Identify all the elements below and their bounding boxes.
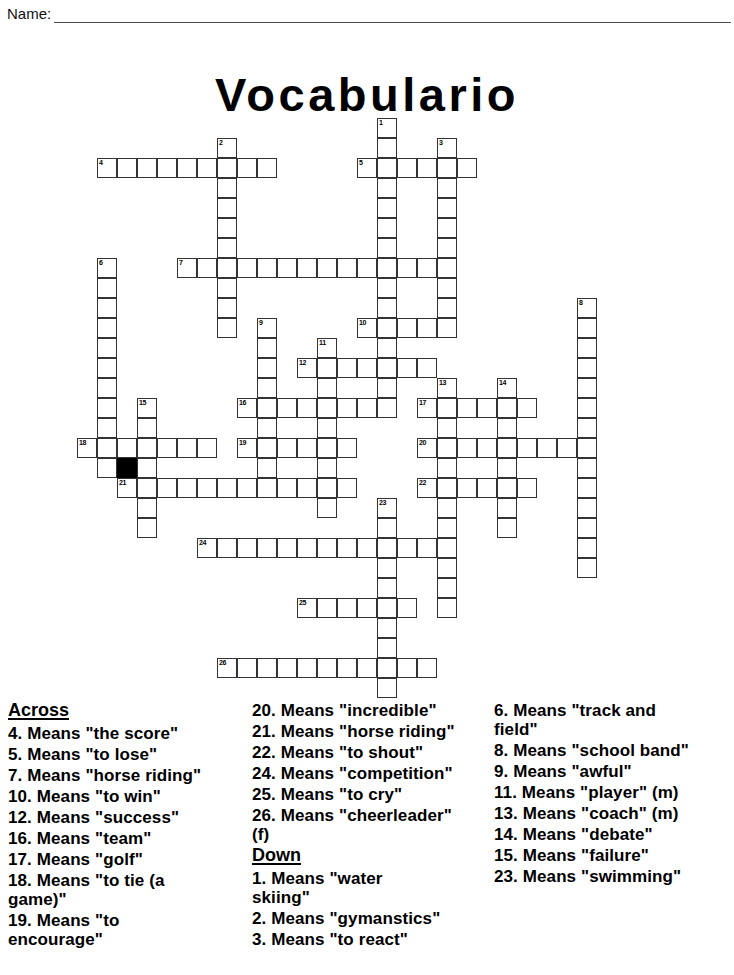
- grid-cell[interactable]: [377, 358, 397, 378]
- grid-cell[interactable]: [177, 478, 197, 498]
- clue-number: 26: [219, 659, 226, 667]
- grid-cell[interactable]: [577, 318, 597, 338]
- grid-cell[interactable]: [317, 658, 337, 678]
- clue-number: 10: [359, 319, 366, 327]
- clue-25: 25. Means "to cry": [252, 785, 492, 804]
- grid-cell[interactable]: [377, 618, 397, 638]
- clue-number: 12: [299, 359, 306, 367]
- clue-11: 11. Means "player" (m): [494, 783, 730, 802]
- clue-list-number: 17.: [8, 850, 37, 869]
- clue-number: 19: [239, 439, 246, 447]
- grid-cell[interactable]: 26: [217, 658, 237, 678]
- grid-cell[interactable]: [157, 438, 177, 458]
- grid-cell[interactable]: [337, 478, 357, 498]
- grid-cell[interactable]: [517, 438, 537, 458]
- grid-cell[interactable]: [117, 438, 137, 458]
- clue-text: Means "debate": [523, 825, 653, 844]
- grid-cell[interactable]: [257, 538, 277, 558]
- across-clues-part2: 20. Means "incredible"21. Means "horse r…: [252, 701, 492, 844]
- grid-cell[interactable]: [317, 418, 337, 438]
- grid-cell[interactable]: [377, 238, 397, 258]
- across-heading: Across: [8, 701, 246, 720]
- grid-cell[interactable]: [157, 478, 177, 498]
- grid-cell[interactable]: 22: [417, 478, 437, 498]
- clue-list-number: 3.: [252, 930, 271, 949]
- grid-cell[interactable]: [217, 258, 237, 278]
- grid-cell[interactable]: [237, 538, 257, 558]
- grid-cell[interactable]: [217, 478, 237, 498]
- grid-cell[interactable]: [417, 258, 437, 278]
- clue-4: 4. Means "the score": [8, 724, 246, 743]
- grid-cell[interactable]: [217, 278, 237, 298]
- grid-cell[interactable]: [257, 458, 277, 478]
- clue-text: Means "failure": [523, 846, 649, 865]
- grid-cell[interactable]: [97, 398, 117, 418]
- grid-cell[interactable]: [577, 438, 597, 458]
- clue-list-number: 26.: [252, 806, 281, 825]
- grid-cell[interactable]: [197, 158, 217, 178]
- grid-cell[interactable]: [397, 258, 417, 278]
- grid-cell[interactable]: [397, 318, 417, 338]
- clue-list-number: 12.: [8, 808, 37, 827]
- grid-cell[interactable]: [377, 138, 397, 158]
- grid-cell[interactable]: [437, 298, 457, 318]
- grid-cell[interactable]: 19: [237, 438, 257, 458]
- grid-cell[interactable]: [257, 258, 277, 278]
- grid-cell[interactable]: [437, 578, 457, 598]
- grid-cell[interactable]: [377, 338, 397, 358]
- clue-list-number: 18.: [8, 871, 37, 890]
- clues-column-1: Across 4. Means "the score"5. Means "to …: [8, 701, 246, 951]
- clue-list-number: 13.: [494, 804, 523, 823]
- clue-list-number: 5.: [8, 745, 27, 764]
- grid-cell[interactable]: [217, 538, 237, 558]
- clue-18: 18. Means "to tie (a game)": [8, 871, 246, 909]
- grid-cell[interactable]: [417, 658, 437, 678]
- grid-cell[interactable]: [377, 278, 397, 298]
- grid-cell[interactable]: [517, 478, 537, 498]
- grid-cell[interactable]: [377, 638, 397, 658]
- grid-cell[interactable]: [397, 658, 417, 678]
- grid-cell[interactable]: [237, 658, 257, 678]
- grid-cell[interactable]: [577, 498, 597, 518]
- grid-cell[interactable]: [97, 338, 117, 358]
- grid-cell[interactable]: [97, 318, 117, 338]
- grid-cell[interactable]: [377, 598, 397, 618]
- grid-cell[interactable]: [257, 478, 277, 498]
- clue-list-number: 2.: [252, 909, 271, 928]
- page-title: Vocabulario: [0, 69, 734, 121]
- clue-text: Means "to shout": [281, 743, 423, 762]
- clue-number: 23: [379, 499, 386, 507]
- grid-cell[interactable]: [377, 178, 397, 198]
- grid-cell[interactable]: [337, 598, 357, 618]
- grid-cell[interactable]: [357, 258, 377, 278]
- grid-cell[interactable]: [337, 258, 357, 278]
- clue-15: 15. Means "failure": [494, 846, 730, 865]
- clue-number: 20: [419, 439, 426, 447]
- clue-list-number: 14.: [494, 825, 523, 844]
- grid-cell[interactable]: [97, 378, 117, 398]
- grid-cell[interactable]: [397, 158, 417, 178]
- grid-cell[interactable]: [477, 478, 497, 498]
- grid-cell[interactable]: 14: [497, 378, 517, 398]
- grid-cell[interactable]: [237, 158, 257, 178]
- clue-text: Means "competition": [281, 764, 453, 783]
- clue-3: 3. Means "to react": [252, 930, 492, 949]
- grid-cell[interactable]: 15: [137, 398, 157, 418]
- clue-text: Means "team": [37, 829, 152, 848]
- grid-cell[interactable]: [477, 398, 497, 418]
- grid-cell[interactable]: [297, 258, 317, 278]
- grid-cell[interactable]: [317, 598, 337, 618]
- grid-cell[interactable]: 1: [377, 118, 397, 138]
- grid-cell[interactable]: [377, 678, 397, 698]
- grid-cell[interactable]: [397, 598, 417, 618]
- clue-number: 6: [99, 259, 103, 267]
- grid-cell[interactable]: [577, 518, 597, 538]
- grid-cell[interactable]: [477, 438, 497, 458]
- grid-cell[interactable]: [397, 538, 417, 558]
- grid-cell[interactable]: [377, 318, 397, 338]
- grid-cell[interactable]: [377, 378, 397, 398]
- grid-cell[interactable]: [277, 438, 297, 458]
- clue-text: Means "player" (m): [522, 783, 679, 802]
- clue-text: Means "swimming": [523, 867, 681, 886]
- grid-cell[interactable]: [97, 298, 117, 318]
- grid-cell[interactable]: [377, 538, 397, 558]
- grid-cell[interactable]: [197, 258, 217, 278]
- clue-list-number: 8.: [494, 741, 513, 760]
- grid-cell[interactable]: [357, 598, 377, 618]
- grid-cell[interactable]: [377, 518, 397, 538]
- grid-cell[interactable]: [577, 378, 597, 398]
- clue-number: 9: [259, 319, 263, 327]
- grid-cell[interactable]: [297, 478, 317, 498]
- clue-text: Means "awful": [513, 762, 632, 781]
- grid-cell[interactable]: [457, 478, 477, 498]
- grid-cell[interactable]: 9: [257, 318, 277, 338]
- grid-cell[interactable]: [377, 658, 397, 678]
- clue-text: Means "track and field": [494, 701, 656, 739]
- grid-cell[interactable]: [157, 158, 177, 178]
- grid-cell[interactable]: 2: [217, 138, 237, 158]
- grid-cell[interactable]: [417, 158, 437, 178]
- grid-cell[interactable]: 11: [317, 338, 337, 358]
- grid-cell[interactable]: [577, 478, 597, 498]
- grid-cell[interactable]: [577, 458, 597, 478]
- clue-12: 12. Means "success": [8, 808, 246, 827]
- grid-cell[interactable]: [417, 538, 437, 558]
- grid-cell[interactable]: [437, 458, 457, 478]
- clue-number: 7: [179, 259, 183, 267]
- grid-cell[interactable]: [97, 358, 117, 378]
- grid-cell[interactable]: [377, 198, 397, 218]
- clue-16: 16. Means "team": [8, 829, 246, 848]
- grid-cell[interactable]: [277, 658, 297, 678]
- grid-cell[interactable]: [417, 358, 437, 378]
- crossword-grid: 4571012161718192021222425261236891113141…: [77, 118, 597, 698]
- grid-cell[interactable]: [457, 398, 477, 418]
- grid-cell[interactable]: 3: [437, 138, 457, 158]
- clue-text: Means "to cry": [281, 785, 402, 804]
- grid-cell[interactable]: [497, 418, 517, 438]
- grid-cell[interactable]: [457, 438, 477, 458]
- grid-cell[interactable]: [437, 418, 457, 438]
- grid-cell[interactable]: [297, 398, 317, 418]
- grid-cell[interactable]: [577, 338, 597, 358]
- grid-cell[interactable]: [257, 358, 277, 378]
- clue-9: 9. Means "awful": [494, 762, 730, 781]
- grid-cell[interactable]: [137, 418, 157, 438]
- grid-cell[interactable]: 16: [237, 398, 257, 418]
- grid-cell[interactable]: [317, 438, 337, 458]
- clue-text: Means "golf": [37, 850, 143, 869]
- grid-cell[interactable]: [117, 158, 137, 178]
- grid-cell[interactable]: 23: [377, 498, 397, 518]
- grid-cell[interactable]: [317, 498, 337, 518]
- down-heading: Down: [252, 846, 492, 865]
- grid-cell[interactable]: [217, 178, 237, 198]
- grid-cell[interactable]: [197, 478, 217, 498]
- grid-cell[interactable]: [437, 318, 457, 338]
- grid-cell[interactable]: [137, 438, 157, 458]
- grid-cell[interactable]: [257, 338, 277, 358]
- clue-list-number: 22.: [252, 743, 281, 762]
- grid-cell[interactable]: [237, 258, 257, 278]
- down-clues-part2: 6. Means "track and field"8. Means "scho…: [494, 701, 730, 886]
- clue-number: 18: [79, 439, 86, 447]
- grid-cell[interactable]: 7: [177, 258, 197, 278]
- clue-text: Means "cheerleader" (f): [252, 806, 452, 844]
- grid-cell[interactable]: [217, 238, 237, 258]
- grid-cell[interactable]: [437, 518, 457, 538]
- grid-cell[interactable]: [337, 658, 357, 678]
- grid-cell[interactable]: [257, 378, 277, 398]
- blocked-cell: [117, 458, 137, 478]
- clue-text: Means "to win": [37, 787, 161, 806]
- grid-cell[interactable]: [317, 538, 337, 558]
- grid-cell[interactable]: [97, 278, 117, 298]
- grid-cell[interactable]: [437, 278, 457, 298]
- grid-cell[interactable]: [217, 218, 237, 238]
- grid-cell[interactable]: [257, 438, 277, 458]
- grid-cell[interactable]: [317, 378, 337, 398]
- grid-cell[interactable]: 21: [117, 478, 137, 498]
- grid-cell[interactable]: [377, 578, 397, 598]
- clue-text: Means "coach" (m): [523, 804, 679, 823]
- clue-text: Means "to react": [271, 930, 408, 949]
- grid-cell[interactable]: [557, 438, 577, 458]
- grid-cell[interactable]: [337, 438, 357, 458]
- grid-cell[interactable]: [537, 438, 557, 458]
- grid-cell[interactable]: 12: [297, 358, 317, 378]
- grid-cell[interactable]: [497, 398, 517, 418]
- grid-cell[interactable]: 4: [97, 158, 117, 178]
- clue-number: 16: [239, 399, 246, 407]
- name-line[interactable]: [54, 22, 731, 23]
- grid-cell[interactable]: [517, 398, 537, 418]
- grid-cell[interactable]: [577, 418, 597, 438]
- grid-cell[interactable]: [437, 178, 457, 198]
- grid-cell[interactable]: 10: [357, 318, 377, 338]
- grid-cell[interactable]: [497, 458, 517, 478]
- down-clues-part1: 1. Means "water skiing"2. Means "gymanst…: [252, 869, 492, 949]
- grid-cell[interactable]: [137, 478, 157, 498]
- clue-list-number: 20.: [252, 701, 281, 720]
- grid-cell[interactable]: [197, 438, 217, 458]
- clue-number: 25: [299, 599, 306, 607]
- clue-21: 21. Means "horse riding": [252, 722, 492, 741]
- clues-column-2: 20. Means "incredible"21. Means "horse r…: [252, 701, 492, 951]
- clue-number: 3: [439, 139, 443, 147]
- clue-list-number: 6.: [494, 701, 513, 720]
- grid-cell[interactable]: [377, 218, 397, 238]
- grid-cell[interactable]: [497, 478, 517, 498]
- grid-cell[interactable]: [257, 418, 277, 438]
- grid-cell[interactable]: [377, 258, 397, 278]
- grid-cell[interactable]: [497, 498, 517, 518]
- grid-cell[interactable]: 13: [437, 378, 457, 398]
- clues-column-3: 6. Means "track and field"8. Means "scho…: [494, 701, 730, 888]
- clue-text: Means "water skiing": [252, 869, 383, 907]
- clue-number: 15: [139, 399, 146, 407]
- grid-cell[interactable]: [317, 398, 337, 418]
- clue-number: 24: [199, 539, 206, 547]
- grid-cell[interactable]: [437, 218, 457, 238]
- grid-cell[interactable]: 25: [297, 598, 317, 618]
- grid-cell[interactable]: [177, 158, 197, 178]
- grid-cell[interactable]: 17: [417, 398, 437, 418]
- grid-cell[interactable]: [377, 158, 397, 178]
- grid-cell[interactable]: [577, 358, 597, 378]
- grid-cell[interactable]: [217, 198, 237, 218]
- grid-cell[interactable]: [437, 558, 457, 578]
- grid-cell[interactable]: [497, 438, 517, 458]
- grid-cell[interactable]: 6: [97, 258, 117, 278]
- grid-cell[interactable]: [397, 358, 417, 378]
- name-row: Name:: [7, 5, 727, 27]
- grid-cell[interactable]: [497, 518, 517, 538]
- grid-cell[interactable]: 5: [357, 158, 377, 178]
- clue-number: 17: [419, 399, 426, 407]
- grid-cell[interactable]: [357, 538, 377, 558]
- clue-8: 8. Means "school band": [494, 741, 730, 760]
- clue-list-number: 10.: [8, 787, 37, 806]
- grid-cell[interactable]: [297, 538, 317, 558]
- grid-cell[interactable]: [577, 398, 597, 418]
- grid-cell[interactable]: [377, 298, 397, 318]
- grid-cell[interactable]: [437, 198, 457, 218]
- grid-cell[interactable]: [257, 398, 277, 418]
- clue-text: Means "gymanstics": [271, 909, 440, 928]
- grid-cell[interactable]: [137, 158, 157, 178]
- grid-cell[interactable]: [437, 538, 457, 558]
- grid-cell[interactable]: [297, 658, 317, 678]
- clue-list-number: 15.: [494, 846, 523, 865]
- clue-list-number: 23.: [494, 867, 523, 886]
- grid-cell[interactable]: 8: [577, 298, 597, 318]
- grid-cell[interactable]: [417, 318, 437, 338]
- grid-cell[interactable]: [317, 478, 337, 498]
- grid-cell[interactable]: [437, 438, 457, 458]
- grid-cell[interactable]: [297, 438, 317, 458]
- grid-cell[interactable]: [437, 238, 457, 258]
- grid-cell[interactable]: [97, 418, 117, 438]
- grid-cell[interactable]: [217, 298, 237, 318]
- clue-text: Means "horse riding": [27, 766, 201, 785]
- clue-5: 5. Means "to lose": [8, 745, 246, 764]
- grid-cell[interactable]: [277, 538, 297, 558]
- grid-cell[interactable]: [357, 358, 377, 378]
- grid-cell[interactable]: 18: [77, 438, 97, 458]
- grid-cell[interactable]: [257, 658, 277, 678]
- across-clues-part1: 4. Means "the score"5. Means "to lose"7.…: [8, 724, 246, 949]
- grid-cell[interactable]: [277, 398, 297, 418]
- grid-cell[interactable]: [437, 258, 457, 278]
- grid-cell[interactable]: [577, 558, 597, 578]
- grid-cell[interactable]: [337, 538, 357, 558]
- grid-cell[interactable]: [177, 438, 197, 458]
- clue-list-number: 11.: [494, 783, 522, 802]
- grid-cell[interactable]: [377, 398, 397, 418]
- grid-cell[interactable]: [137, 518, 157, 538]
- grid-cell[interactable]: [437, 398, 457, 418]
- clue-2: 2. Means "gymanstics": [252, 909, 492, 928]
- grid-cell[interactable]: [97, 458, 117, 478]
- grid-cell[interactable]: [357, 398, 377, 418]
- clue-text: Means "horse riding": [281, 722, 455, 741]
- grid-cell[interactable]: [277, 478, 297, 498]
- grid-cell[interactable]: [377, 558, 397, 578]
- grid-cell[interactable]: [357, 658, 377, 678]
- clue-7: 7. Means "horse riding": [8, 766, 246, 785]
- grid-cell[interactable]: [437, 498, 457, 518]
- grid-cell[interactable]: [277, 258, 297, 278]
- grid-cell[interactable]: [437, 478, 457, 498]
- grid-cell[interactable]: [317, 458, 337, 478]
- grid-cell[interactable]: [137, 458, 157, 478]
- grid-cell[interactable]: [257, 158, 277, 178]
- grid-cell[interactable]: [97, 438, 117, 458]
- grid-cell[interactable]: [337, 398, 357, 418]
- grid-cell[interactable]: [437, 598, 457, 618]
- grid-cell[interactable]: [317, 258, 337, 278]
- grid-cell[interactable]: [237, 478, 257, 498]
- clue-number: 4: [99, 159, 103, 167]
- grid-cell[interactable]: [457, 158, 477, 178]
- clue-10: 10. Means "to win": [8, 787, 246, 806]
- clue-number: 1: [379, 119, 383, 127]
- grid-cell[interactable]: [217, 158, 237, 178]
- grid-cell[interactable]: [337, 358, 357, 378]
- grid-cell[interactable]: [577, 538, 597, 558]
- grid-cell[interactable]: 20: [417, 438, 437, 458]
- grid-cell[interactable]: [137, 498, 157, 518]
- clue-19: 19. Means "to encourage": [8, 911, 246, 949]
- grid-cell[interactable]: 24: [197, 538, 217, 558]
- clue-23: 23. Means "swimming": [494, 867, 730, 886]
- clue-list-number: 1.: [252, 869, 271, 888]
- clue-24: 24. Means "competition": [252, 764, 492, 783]
- clue-list-number: 4.: [8, 724, 27, 743]
- grid-cell[interactable]: [437, 158, 457, 178]
- clue-text: Means "to lose": [27, 745, 157, 764]
- clue-list-number: 19.: [8, 911, 37, 930]
- grid-cell[interactable]: [217, 318, 237, 338]
- grid-cell[interactable]: [317, 358, 337, 378]
- clue-20: 20. Means "incredible": [252, 701, 492, 720]
